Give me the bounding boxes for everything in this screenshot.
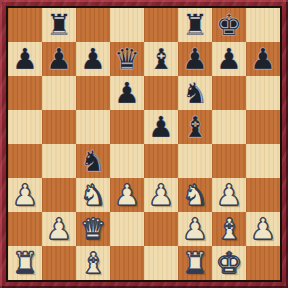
- square-b8[interactable]: ♜: [42, 8, 76, 42]
- piece-white-pawn[interactable]: ♟: [182, 212, 208, 246]
- square-h2[interactable]: ♟: [246, 212, 280, 246]
- square-e7[interactable]: ♝: [144, 42, 178, 76]
- square-g1[interactable]: ♚: [212, 246, 246, 280]
- square-f7[interactable]: ♟: [178, 42, 212, 76]
- square-h5[interactable]: [246, 110, 280, 144]
- square-a8[interactable]: [8, 8, 42, 42]
- square-h1[interactable]: [246, 246, 280, 280]
- square-a6[interactable]: [8, 76, 42, 110]
- square-b5[interactable]: [42, 110, 76, 144]
- square-c2[interactable]: ♛: [76, 212, 110, 246]
- square-d4[interactable]: [110, 144, 144, 178]
- square-e4[interactable]: [144, 144, 178, 178]
- square-c7[interactable]: ♟: [76, 42, 110, 76]
- piece-black-pawn[interactable]: ♟: [46, 42, 72, 76]
- square-d8[interactable]: [110, 8, 144, 42]
- square-a7[interactable]: ♟: [8, 42, 42, 76]
- square-c4[interactable]: ♞: [76, 144, 110, 178]
- square-e1[interactable]: [144, 246, 178, 280]
- square-d3[interactable]: ♟: [110, 178, 144, 212]
- piece-white-rook[interactable]: ♜: [12, 246, 38, 280]
- piece-black-pawn[interactable]: ♟: [250, 42, 276, 76]
- square-b6[interactable]: [42, 76, 76, 110]
- square-d5[interactable]: [110, 110, 144, 144]
- square-f4[interactable]: [178, 144, 212, 178]
- piece-black-pawn[interactable]: ♟: [182, 42, 208, 76]
- board-frame: ♜♜♚♟♟♟♛♝♟♟♟♟♞♟♝♞♟♞♟♟♞♟♟♛♟♝♟♜♝♜♚: [0, 0, 288, 288]
- square-a3[interactable]: ♟: [8, 178, 42, 212]
- square-f3[interactable]: ♞: [178, 178, 212, 212]
- square-d1[interactable]: [110, 246, 144, 280]
- square-g7[interactable]: ♟: [212, 42, 246, 76]
- square-g8[interactable]: ♚: [212, 8, 246, 42]
- square-h3[interactable]: [246, 178, 280, 212]
- square-e6[interactable]: [144, 76, 178, 110]
- square-h6[interactable]: [246, 76, 280, 110]
- square-d6[interactable]: ♟: [110, 76, 144, 110]
- piece-white-pawn[interactable]: ♟: [46, 212, 72, 246]
- piece-black-bishop[interactable]: ♝: [182, 110, 208, 144]
- piece-white-queen[interactable]: ♛: [80, 212, 106, 246]
- square-h7[interactable]: ♟: [246, 42, 280, 76]
- piece-black-queen[interactable]: ♛: [114, 42, 140, 76]
- square-g3[interactable]: ♟: [212, 178, 246, 212]
- piece-white-king[interactable]: ♚: [216, 246, 242, 280]
- piece-white-pawn[interactable]: ♟: [148, 178, 174, 212]
- square-f1[interactable]: ♜: [178, 246, 212, 280]
- square-b3[interactable]: [42, 178, 76, 212]
- square-g2[interactable]: ♝: [212, 212, 246, 246]
- square-h4[interactable]: [246, 144, 280, 178]
- piece-white-pawn[interactable]: ♟: [12, 178, 38, 212]
- square-g6[interactable]: [212, 76, 246, 110]
- square-c3[interactable]: ♞: [76, 178, 110, 212]
- square-a4[interactable]: [8, 144, 42, 178]
- piece-black-king[interactable]: ♚: [216, 8, 242, 42]
- square-g4[interactable]: [212, 144, 246, 178]
- chess-board: ♜♜♚♟♟♟♛♝♟♟♟♟♞♟♝♞♟♞♟♟♞♟♟♛♟♝♟♜♝♜♚: [6, 6, 282, 282]
- piece-black-pawn[interactable]: ♟: [80, 42, 106, 76]
- square-h8[interactable]: [246, 8, 280, 42]
- square-f5[interactable]: ♝: [178, 110, 212, 144]
- square-d2[interactable]: [110, 212, 144, 246]
- square-a2[interactable]: [8, 212, 42, 246]
- piece-black-rook[interactable]: ♜: [46, 8, 72, 42]
- square-b1[interactable]: [42, 246, 76, 280]
- piece-black-bishop[interactable]: ♝: [148, 42, 174, 76]
- square-a1[interactable]: ♜: [8, 246, 42, 280]
- piece-white-knight[interactable]: ♞: [182, 178, 208, 212]
- square-b2[interactable]: ♟: [42, 212, 76, 246]
- piece-white-rook[interactable]: ♜: [182, 246, 208, 280]
- piece-black-pawn[interactable]: ♟: [216, 42, 242, 76]
- piece-white-bishop[interactable]: ♝: [216, 212, 242, 246]
- square-c6[interactable]: [76, 76, 110, 110]
- piece-white-knight[interactable]: ♞: [80, 178, 106, 212]
- square-b7[interactable]: ♟: [42, 42, 76, 76]
- piece-black-knight[interactable]: ♞: [80, 144, 106, 178]
- piece-white-bishop[interactable]: ♝: [80, 246, 106, 280]
- square-e3[interactable]: ♟: [144, 178, 178, 212]
- square-a5[interactable]: [8, 110, 42, 144]
- square-c5[interactable]: [76, 110, 110, 144]
- piece-black-pawn[interactable]: ♟: [114, 76, 140, 110]
- square-f8[interactable]: ♜: [178, 8, 212, 42]
- piece-black-knight[interactable]: ♞: [182, 76, 208, 110]
- square-c8[interactable]: [76, 8, 110, 42]
- square-f6[interactable]: ♞: [178, 76, 212, 110]
- square-b4[interactable]: [42, 144, 76, 178]
- square-e5[interactable]: ♟: [144, 110, 178, 144]
- square-f2[interactable]: ♟: [178, 212, 212, 246]
- piece-black-pawn[interactable]: ♟: [12, 42, 38, 76]
- piece-white-pawn[interactable]: ♟: [114, 178, 140, 212]
- square-g5[interactable]: [212, 110, 246, 144]
- square-e8[interactable]: [144, 8, 178, 42]
- piece-black-pawn[interactable]: ♟: [148, 110, 174, 144]
- square-e2[interactable]: [144, 212, 178, 246]
- square-c1[interactable]: ♝: [76, 246, 110, 280]
- piece-white-pawn[interactable]: ♟: [250, 212, 276, 246]
- piece-black-rook[interactable]: ♜: [182, 8, 208, 42]
- square-d7[interactable]: ♛: [110, 42, 144, 76]
- piece-white-pawn[interactable]: ♟: [216, 178, 242, 212]
